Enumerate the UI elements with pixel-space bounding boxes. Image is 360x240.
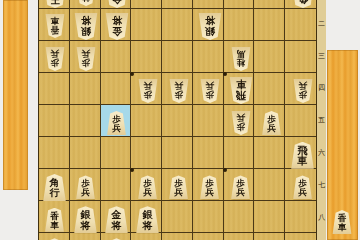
square-95[interactable]: [39, 105, 70, 137]
square-23[interactable]: [254, 41, 285, 73]
rank-label-2: 二: [317, 21, 326, 28]
square-12[interactable]: [285, 9, 316, 41]
piece-kanji-label: 銀将: [81, 13, 91, 36]
gote-piece-stand: [3, 0, 28, 190]
square-85[interactable]: [70, 105, 101, 137]
square-49[interactable]: [193, 233, 224, 240]
square-74[interactable]: [101, 73, 132, 105]
square-48[interactable]: [193, 201, 224, 233]
piece-kanji-label: 歩兵: [236, 111, 245, 131]
square-73[interactable]: [101, 41, 132, 73]
hoshi-dot: [223, 168, 227, 172]
piece-kanji-label: 金将: [112, 13, 122, 36]
piece-kanji-label: 歩兵: [298, 179, 307, 199]
square-96[interactable]: [39, 137, 70, 169]
piece-kanji-label: 歩兵: [81, 179, 90, 199]
square-41[interactable]: [193, 0, 224, 9]
piece-kanji-label: 歩兵: [50, 47, 59, 67]
square-59[interactable]: [162, 233, 193, 240]
square-38[interactable]: [224, 201, 255, 233]
square-76[interactable]: [101, 137, 132, 169]
square-45[interactable]: [193, 105, 224, 137]
square-56[interactable]: [162, 137, 193, 169]
square-62[interactable]: [131, 9, 162, 41]
square-52[interactable]: [162, 9, 193, 41]
piece-kanji-label: 金将: [112, 0, 122, 4]
piece-kanji-label: 金将: [112, 210, 122, 233]
piece-kanji-label: 歩兵: [174, 79, 183, 99]
piece-kanji-label: 歩兵: [205, 179, 214, 199]
square-46[interactable]: [193, 137, 224, 169]
square-29[interactable]: [254, 233, 285, 240]
piece-kanji-label: 王将: [50, 0, 60, 4]
piece-kanji-label: 飛車: [298, 146, 308, 169]
piece-kanji-label: 歩兵: [143, 179, 152, 199]
piece-kanji-label: 歩兵: [205, 79, 214, 99]
rank-label-strip: 一二三四五六七八九: [317, 0, 326, 240]
square-28[interactable]: [254, 201, 285, 233]
hoshi-dot: [223, 72, 227, 76]
square-61[interactable]: [131, 0, 162, 9]
square-55[interactable]: [162, 105, 193, 137]
square-51[interactable]: [162, 0, 193, 9]
square-39[interactable]: [224, 233, 255, 240]
square-84[interactable]: [70, 73, 101, 105]
square-65[interactable]: [131, 105, 162, 137]
piece-kanji-label: 歩兵: [298, 79, 307, 99]
rank-label-8: 八: [317, 214, 326, 221]
square-94[interactable]: [39, 73, 70, 105]
square-22[interactable]: [254, 9, 285, 41]
square-63[interactable]: [131, 41, 162, 73]
piece-kanji-label: 桂馬: [236, 47, 245, 67]
rank-label-6: 六: [317, 150, 326, 157]
square-58[interactable]: [162, 201, 193, 233]
rank-label-3: 三: [317, 53, 326, 60]
square-53[interactable]: [162, 41, 193, 73]
piece-kanji-label: 歩兵: [143, 79, 152, 99]
piece-kanji-label: 歩兵: [267, 115, 276, 135]
square-15[interactable]: [285, 105, 316, 137]
piece-kanji-label: 桂馬: [81, 0, 90, 2]
square-66[interactable]: [131, 137, 162, 169]
piece-kanji-label: 歩兵: [112, 115, 121, 135]
piece-kanji-label: 歩兵: [174, 179, 183, 199]
piece-kanji-label: 銀将: [81, 210, 91, 233]
square-77[interactable]: [101, 169, 132, 201]
square-19[interactable]: [285, 233, 316, 240]
piece-kanji-label: 銀将: [143, 210, 153, 233]
rank-label-4: 四: [317, 85, 326, 92]
square-13[interactable]: [285, 41, 316, 73]
square-21[interactable]: [254, 0, 285, 9]
square-89[interactable]: [70, 233, 101, 240]
square-27[interactable]: [254, 169, 285, 201]
square-32[interactable]: [224, 9, 255, 41]
piece-kanji-label: 香車: [338, 214, 347, 234]
shogi-board: 王将桂馬金将角行香車銀将金将銀将歩兵歩兵桂馬歩兵歩兵歩兵飛車歩兵歩兵歩兵歩兵飛車…: [38, 0, 317, 240]
piece-kanji-label: 角行: [50, 178, 60, 201]
piece-kanji-label: 角行: [298, 0, 308, 4]
piece-kanji-label: 歩兵: [236, 179, 245, 199]
rank-label-7: 七: [317, 182, 326, 189]
square-43[interactable]: [193, 41, 224, 73]
square-86[interactable]: [70, 137, 101, 169]
square-31[interactable]: [224, 0, 255, 9]
piece-kanji-label: 香車: [50, 212, 59, 232]
piece-kanji-label: 飛車: [236, 77, 246, 100]
square-24[interactable]: [254, 73, 285, 105]
hoshi-dot: [130, 72, 134, 76]
square-69[interactable]: [131, 233, 162, 240]
square-26[interactable]: [254, 137, 285, 169]
hoshi-dot: [130, 168, 134, 172]
piece-kanji-label: 歩兵: [81, 47, 90, 67]
piece-kanji-label: 香車: [50, 14, 59, 34]
square-36[interactable]: [224, 137, 255, 169]
rank-label-5: 五: [317, 117, 326, 124]
piece-kanji-label: 銀将: [205, 13, 215, 36]
square-18[interactable]: [285, 201, 316, 233]
